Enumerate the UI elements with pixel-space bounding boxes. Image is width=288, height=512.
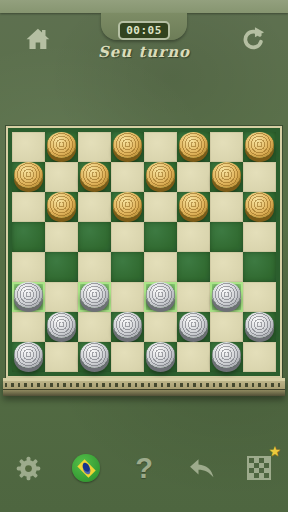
gear-icon <box>15 455 42 482</box>
square-c3[interactable] <box>78 282 111 312</box>
square-a4 <box>12 252 45 282</box>
square-c8 <box>78 132 111 162</box>
undo-arrow-icon <box>188 456 216 480</box>
square-e7[interactable] <box>144 162 177 192</box>
gold-piece[interactable] <box>212 162 241 188</box>
square-f1 <box>177 342 210 372</box>
square-a2 <box>12 312 45 342</box>
square-a5[interactable] <box>12 222 45 252</box>
game-timer: 00:05 <box>118 21 170 40</box>
square-c6 <box>78 192 111 222</box>
square-d1 <box>111 342 144 372</box>
silver-piece[interactable] <box>113 312 142 338</box>
silver-piece[interactable] <box>146 282 175 308</box>
top-strip <box>0 0 288 13</box>
gold-piece[interactable] <box>113 132 142 158</box>
language-flag-button[interactable] <box>69 451 103 485</box>
square-a1[interactable] <box>12 342 45 372</box>
app-screen: 00:05 Seu turno <box>0 0 288 512</box>
square-g5[interactable] <box>210 222 243 252</box>
square-a8 <box>12 132 45 162</box>
square-b2[interactable] <box>45 312 78 342</box>
square-b4[interactable] <box>45 252 78 282</box>
square-d8[interactable] <box>111 132 144 162</box>
flag-globe <box>81 461 91 474</box>
help-button[interactable]: ? <box>127 451 161 485</box>
square-h4[interactable] <box>243 252 276 282</box>
square-c7[interactable] <box>78 162 111 192</box>
square-g3[interactable] <box>210 282 243 312</box>
square-b5 <box>45 222 78 252</box>
square-d2[interactable] <box>111 312 144 342</box>
bottom-toolbar: ? ★ <box>0 447 288 489</box>
flag-diamond <box>77 459 95 477</box>
square-h3 <box>243 282 276 312</box>
square-e3[interactable] <box>144 282 177 312</box>
square-a3[interactable] <box>12 282 45 312</box>
board-base-foot <box>3 390 285 396</box>
square-d7 <box>111 162 144 192</box>
square-h7 <box>243 162 276 192</box>
silver-piece[interactable] <box>14 342 43 368</box>
new-game-button[interactable]: ★ <box>242 451 276 485</box>
square-e8 <box>144 132 177 162</box>
silver-piece[interactable] <box>80 342 109 368</box>
question-mark-icon: ? <box>135 454 153 483</box>
checkers-board <box>6 126 282 378</box>
turn-status-label: Seu turno <box>0 43 288 61</box>
square-e1[interactable] <box>144 342 177 372</box>
silver-piece[interactable] <box>212 342 241 368</box>
undo-button[interactable] <box>185 451 219 485</box>
checkerboard-icon <box>247 456 271 480</box>
silver-piece[interactable] <box>14 282 43 308</box>
square-f5 <box>177 222 210 252</box>
square-e2 <box>144 312 177 342</box>
square-d6[interactable] <box>111 192 144 222</box>
square-g4 <box>210 252 243 282</box>
square-e5[interactable] <box>144 222 177 252</box>
square-g2 <box>210 312 243 342</box>
square-e4 <box>144 252 177 282</box>
board-grid <box>12 132 276 372</box>
square-g1[interactable] <box>210 342 243 372</box>
gold-piece[interactable] <box>245 132 274 158</box>
square-c1[interactable] <box>78 342 111 372</box>
square-h5 <box>243 222 276 252</box>
gold-piece[interactable] <box>146 162 175 188</box>
gold-piece[interactable] <box>47 132 76 158</box>
square-c4 <box>78 252 111 282</box>
square-f6[interactable] <box>177 192 210 222</box>
gold-piece[interactable] <box>80 162 109 188</box>
board-base <box>3 378 285 396</box>
settings-button[interactable] <box>12 451 46 485</box>
square-f8[interactable] <box>177 132 210 162</box>
gold-piece[interactable] <box>179 132 208 158</box>
square-b1 <box>45 342 78 372</box>
silver-piece[interactable] <box>212 282 241 308</box>
gold-piece[interactable] <box>179 192 208 218</box>
silver-piece[interactable] <box>179 312 208 338</box>
square-e6 <box>144 192 177 222</box>
square-f7 <box>177 162 210 192</box>
square-c5[interactable] <box>78 222 111 252</box>
square-h6[interactable] <box>243 192 276 222</box>
square-h1 <box>243 342 276 372</box>
square-a6 <box>12 192 45 222</box>
square-h8[interactable] <box>243 132 276 162</box>
square-g7[interactable] <box>210 162 243 192</box>
square-b3 <box>45 282 78 312</box>
silver-piece[interactable] <box>47 312 76 338</box>
board-base-notches <box>3 381 285 390</box>
square-f4[interactable] <box>177 252 210 282</box>
gold-piece[interactable] <box>14 162 43 188</box>
brazil-flag-icon <box>72 454 100 482</box>
silver-piece[interactable] <box>146 342 175 368</box>
square-d3 <box>111 282 144 312</box>
square-d4[interactable] <box>111 252 144 282</box>
gold-piece[interactable] <box>245 192 274 218</box>
square-b6[interactable] <box>45 192 78 222</box>
silver-piece[interactable] <box>245 312 274 338</box>
star-badge-icon: ★ <box>269 444 282 458</box>
square-d5 <box>111 222 144 252</box>
square-a7[interactable] <box>12 162 45 192</box>
square-h2[interactable] <box>243 312 276 342</box>
square-b8[interactable] <box>45 132 78 162</box>
gold-piece[interactable] <box>113 192 142 218</box>
square-g6 <box>210 192 243 222</box>
gold-piece[interactable] <box>47 192 76 218</box>
square-f3 <box>177 282 210 312</box>
square-b7 <box>45 162 78 192</box>
square-f2[interactable] <box>177 312 210 342</box>
silver-piece[interactable] <box>80 282 109 308</box>
timer-value: 00:05 <box>126 24 162 37</box>
square-c2 <box>78 312 111 342</box>
square-g8 <box>210 132 243 162</box>
